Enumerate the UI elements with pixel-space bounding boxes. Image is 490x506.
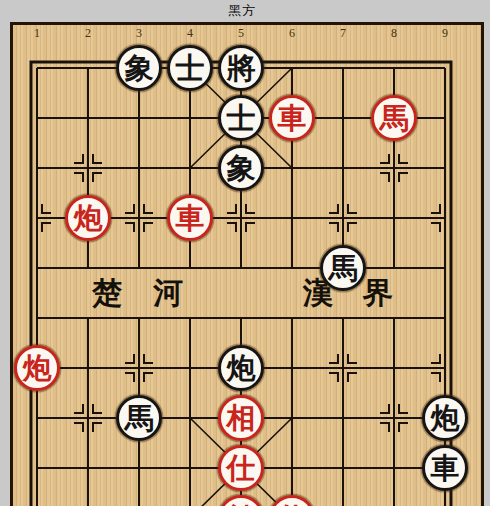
piece-red-elephant[interactable]: 相: [218, 395, 264, 441]
piece-black-horse[interactable]: 馬: [116, 395, 162, 441]
piece-glyph: 仕: [227, 454, 256, 483]
river-text: 河: [153, 273, 183, 314]
piece-glyph: 馬: [380, 104, 409, 133]
piece-glyph: 車: [431, 454, 460, 483]
river-text: 楚: [92, 273, 122, 314]
piece-glyph: 炮: [227, 354, 256, 383]
piece-red-advisor[interactable]: 仕: [218, 445, 264, 491]
piece-black-general[interactable]: 將: [218, 45, 264, 91]
piece-black-advisor[interactable]: 士: [167, 45, 213, 91]
column-label-6: 6: [289, 26, 295, 41]
column-label-9: 9: [442, 26, 448, 41]
piece-red-chariot[interactable]: 車: [269, 95, 315, 141]
column-label-2: 2: [85, 26, 91, 41]
piece-glyph: 士: [227, 104, 256, 133]
column-label-5: 5: [238, 26, 244, 41]
piece-glyph: 炮: [23, 354, 52, 383]
piece-glyph: 將: [227, 54, 256, 83]
piece-black-elephant[interactable]: 象: [116, 45, 162, 91]
piece-black-elephant[interactable]: 象: [218, 145, 264, 191]
piece-glyph: 相: [227, 404, 256, 433]
column-label-7: 7: [340, 26, 346, 41]
piece-glyph: 炮: [431, 404, 460, 433]
piece-glyph: 馬: [125, 404, 154, 433]
piece-black-advisor[interactable]: 士: [218, 95, 264, 141]
black-side-label: 黑方: [0, 2, 484, 20]
piece-glyph: 象: [227, 154, 256, 183]
piece-black-cannon[interactable]: 炮: [422, 395, 468, 441]
piece-black-horse[interactable]: 馬: [320, 245, 366, 291]
column-label-1: 1: [34, 26, 40, 41]
piece-black-cannon[interactable]: 炮: [218, 345, 264, 391]
piece-glyph: 馬: [329, 254, 358, 283]
piece-glyph: 車: [176, 204, 205, 233]
piece-black-chariot[interactable]: 車: [422, 445, 468, 491]
piece-glyph: 車: [278, 104, 307, 133]
piece-glyph: 炮: [74, 204, 103, 233]
column-label-8: 8: [391, 26, 397, 41]
river-text: 界: [363, 273, 393, 314]
piece-glyph: 象: [125, 54, 154, 83]
column-label-4: 4: [187, 26, 193, 41]
piece-glyph: 士: [176, 54, 205, 83]
piece-red-horse[interactable]: 馬: [371, 95, 417, 141]
column-label-3: 3: [136, 26, 142, 41]
piece-red-chariot[interactable]: 車: [167, 195, 213, 241]
piece-red-cannon[interactable]: 炮: [65, 195, 111, 241]
xiangqi-board[interactable]: 123456789楚河漢界象士將士車馬象炮車馬炮炮馬相炮仕車帥仕: [10, 22, 484, 506]
piece-red-cannon[interactable]: 炮: [14, 345, 60, 391]
